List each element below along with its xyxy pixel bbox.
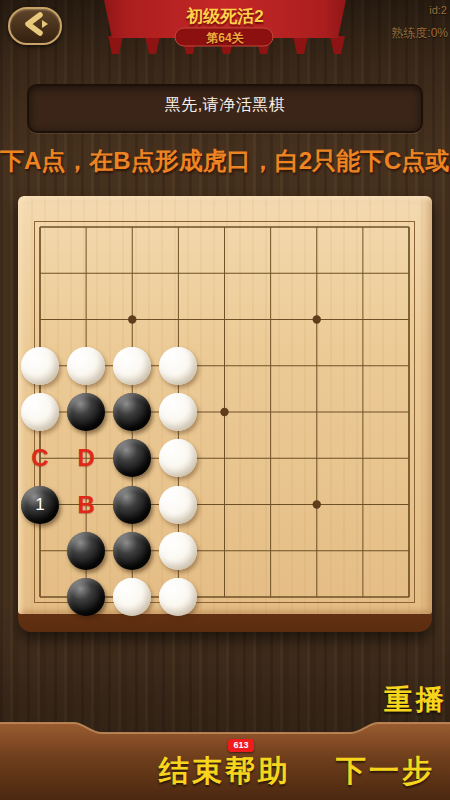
black-stone (113, 393, 151, 431)
move-number: 1 (21, 486, 59, 524)
black-stone (113, 532, 151, 570)
next-step-button[interactable]: 下一步 (336, 751, 435, 792)
level-banner: 初级死活2 第64关 (98, 0, 352, 62)
replay-button[interactable]: 重播 (384, 681, 448, 719)
level-number: 第64关 (98, 30, 352, 47)
app-screen: 初级死活2 第64关 id:2 熟练度:0% 黑先,请净活黑棋 下A点，在B点形… (0, 0, 450, 800)
puzzle-id: id:2 (429, 4, 447, 16)
proficiency-label: 熟练度:0% (391, 25, 448, 42)
white-stone (21, 347, 59, 385)
black-stone (67, 393, 105, 431)
white-stone (159, 347, 197, 385)
point-label-D[interactable]: D (66, 438, 106, 478)
hint-box: 黑先,请净活黑棋 (27, 84, 423, 133)
black-stone (113, 486, 151, 524)
point-label-C[interactable]: C (20, 438, 60, 478)
bottom-bar: 613 结束帮助 下一步 (0, 718, 450, 800)
back-button[interactable] (8, 7, 62, 45)
point-label-B[interactable]: B (66, 485, 106, 525)
end-help-button[interactable]: 结束帮助 (159, 751, 291, 792)
white-stone (159, 532, 197, 570)
board-surface[interactable]: 1CDB (18, 196, 432, 614)
white-stone (113, 578, 151, 616)
black-stone (67, 532, 105, 570)
tip-marquee: 下A点，在B点形成虎口，白2只能下C点或 (0, 145, 450, 177)
white-stone (67, 347, 105, 385)
hint-text: 黑先,请净活黑棋 (29, 95, 421, 116)
white-stone (21, 393, 59, 431)
go-board: 1CDB (18, 196, 432, 632)
back-arrow-icon (15, 9, 55, 43)
black-stone (67, 578, 105, 616)
white-stone (159, 486, 197, 524)
help-count-badge: 613 (228, 739, 254, 752)
white-stone (113, 347, 151, 385)
level-title: 初级死活2 (98, 5, 352, 28)
